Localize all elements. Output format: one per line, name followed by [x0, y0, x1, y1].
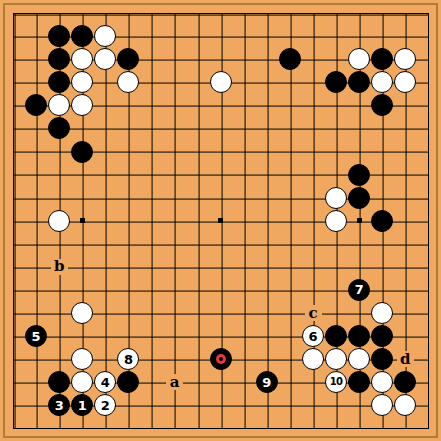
move-number: 5 [32, 330, 41, 343]
black-stone [117, 48, 139, 70]
white-stone [371, 71, 393, 93]
black-stone [25, 94, 47, 116]
black-stone: 9 [256, 371, 278, 393]
move-number: 7 [355, 283, 364, 296]
black-stone [348, 187, 370, 209]
black-stone [48, 25, 70, 47]
black-stone [279, 48, 301, 70]
black-stone [348, 371, 370, 393]
white-stone [71, 94, 93, 116]
black-stone [71, 141, 93, 163]
black-stone [48, 371, 70, 393]
star-point [218, 218, 223, 223]
point-label-d: d [397, 351, 414, 367]
black-stone [348, 325, 370, 347]
white-stone [325, 210, 347, 232]
white-stone [48, 210, 70, 232]
white-stone [371, 394, 393, 416]
black-stone: 5 [25, 325, 47, 347]
white-stone [210, 71, 232, 93]
move-number: 6 [309, 330, 318, 343]
star-point [80, 218, 85, 223]
move-number: 9 [262, 376, 271, 389]
black-stone [371, 325, 393, 347]
star-point [357, 218, 362, 223]
black-stone [48, 48, 70, 70]
white-stone [117, 71, 139, 93]
black-stone [371, 348, 393, 370]
white-stone [325, 348, 347, 370]
point-label-a: a [166, 374, 183, 390]
move-number: 8 [124, 353, 133, 366]
white-stone [94, 25, 116, 47]
white-stone: 8 [117, 348, 139, 370]
white-stone [48, 94, 70, 116]
black-stone [48, 71, 70, 93]
white-stone: 10 [325, 371, 347, 393]
white-stone [71, 71, 93, 93]
white-stone [394, 394, 416, 416]
move-number: 1 [78, 399, 87, 412]
white-stone: 4 [94, 371, 116, 393]
white-stone [348, 348, 370, 370]
white-stone: 6 [302, 325, 324, 347]
black-stone [371, 94, 393, 116]
white-stone [71, 348, 93, 370]
black-stone [348, 164, 370, 186]
black-stone [371, 210, 393, 232]
white-stone [71, 371, 93, 393]
black-stone [117, 371, 139, 393]
white-stone [371, 371, 393, 393]
white-stone [394, 48, 416, 70]
board-grid: 75684910312abcd [2, 2, 440, 440]
move-number: 2 [101, 399, 110, 412]
black-stone [348, 71, 370, 93]
black-stone: 1 [71, 394, 93, 416]
black-stone [394, 371, 416, 393]
black-stone [371, 48, 393, 70]
point-label-b: b [51, 259, 68, 275]
black-stone [325, 325, 347, 347]
white-stone [348, 48, 370, 70]
white-stone [394, 71, 416, 93]
white-stone [71, 48, 93, 70]
go-board: 75684910312abcd [0, 0, 441, 441]
white-stone [302, 348, 324, 370]
move-number: 3 [55, 399, 64, 412]
white-stone [94, 48, 116, 70]
black-stone [48, 117, 70, 139]
white-stone [371, 302, 393, 324]
black-stone [71, 25, 93, 47]
move-number: 4 [101, 376, 110, 389]
white-stone [325, 187, 347, 209]
black-stone: 3 [48, 394, 70, 416]
black-stone [210, 348, 232, 370]
black-stone: 7 [348, 279, 370, 301]
white-stone [71, 302, 93, 324]
white-stone: 2 [94, 394, 116, 416]
move-number: 10 [330, 377, 343, 387]
black-stone [325, 71, 347, 93]
point-label-c: c [305, 305, 322, 321]
circle-mark-icon [216, 354, 226, 364]
